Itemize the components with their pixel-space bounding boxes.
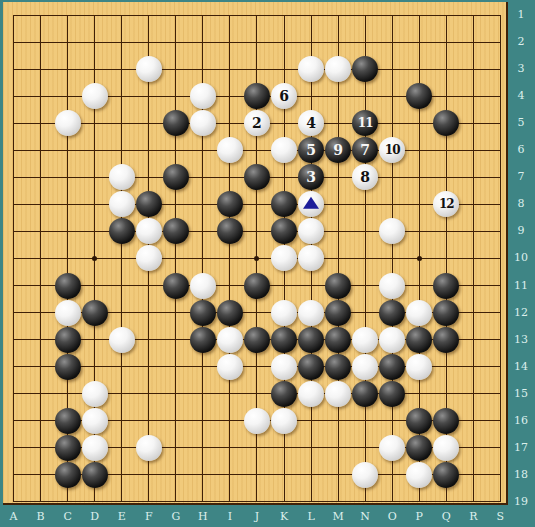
stone-white-F3[interactable] (136, 56, 162, 82)
stone-white-K16[interactable] (271, 408, 297, 434)
stone-black-Q5[interactable] (433, 110, 459, 136)
stone-white-L8[interactable] (298, 191, 324, 217)
coord-label-col-E: E (108, 509, 135, 525)
coord-label-col-Q: Q (433, 509, 460, 525)
stone-white-C12[interactable] (55, 300, 81, 326)
coord-label-col-S: S (487, 509, 514, 525)
stone-white-N18[interactable] (352, 462, 378, 488)
grid-line (338, 15, 339, 502)
coord-label-col-N: N (352, 509, 379, 525)
star-point (417, 256, 422, 261)
stone-black-K15[interactable] (271, 381, 297, 407)
stone-white-E8[interactable] (109, 191, 135, 217)
stone-white-D4[interactable] (82, 83, 108, 109)
stone-black-N15[interactable] (352, 381, 378, 407)
coord-label-row-18: 18 (508, 467, 534, 483)
stone-black-Q12[interactable] (433, 300, 459, 326)
stone-white-I6[interactable] (217, 137, 243, 163)
stone-black-Q13[interactable] (433, 327, 459, 353)
grid-line (500, 15, 501, 502)
stone-white-O9[interactable] (379, 218, 405, 244)
stone-black-M11[interactable] (325, 273, 351, 299)
stone-white-N14[interactable] (352, 354, 378, 380)
stone-black-N6[interactable]: 7 (352, 137, 378, 163)
coord-label-row-16: 16 (508, 413, 534, 429)
coord-label-row-7: 7 (508, 169, 534, 185)
stone-white-Q17[interactable] (433, 435, 459, 461)
stone-white-P12[interactable] (406, 300, 432, 326)
move-number: 9 (325, 137, 351, 163)
coord-label-row-15: 15 (508, 386, 534, 402)
stone-white-J16[interactable] (244, 408, 270, 434)
stone-white-P14[interactable] (406, 354, 432, 380)
move-number: 2 (244, 110, 270, 136)
stone-black-F8[interactable] (136, 191, 162, 217)
stone-black-K13[interactable] (271, 327, 297, 353)
grid-line (473, 15, 474, 502)
stone-black-J13[interactable] (244, 327, 270, 353)
stone-black-C18[interactable] (55, 462, 81, 488)
stone-white-Q8[interactable]: 12 (433, 191, 459, 217)
coord-label-row-9: 9 (508, 223, 534, 239)
stone-black-Q16[interactable] (433, 408, 459, 434)
stone-black-L7[interactable]: 3 (298, 164, 324, 190)
stone-black-Q11[interactable] (433, 273, 459, 299)
stone-white-L12[interactable] (298, 300, 324, 326)
stone-white-H11[interactable] (190, 273, 216, 299)
move-number: 6 (271, 83, 297, 109)
coord-label-row-14: 14 (508, 359, 534, 375)
stone-black-O14[interactable] (379, 354, 405, 380)
stone-black-K8[interactable] (271, 191, 297, 217)
coord-label-row-6: 6 (508, 142, 534, 158)
stone-white-F10[interactable] (136, 245, 162, 271)
stone-white-I14[interactable] (217, 354, 243, 380)
stone-white-K12[interactable] (271, 300, 297, 326)
coord-label-col-J: J (243, 509, 270, 525)
stone-black-P16[interactable] (406, 408, 432, 434)
stone-white-J5[interactable]: 2 (244, 110, 270, 136)
coord-label-row-3: 3 (508, 61, 534, 77)
move-number: 12 (433, 191, 459, 217)
stone-white-L5[interactable]: 4 (298, 110, 324, 136)
stone-black-C11[interactable] (55, 273, 81, 299)
stone-black-O12[interactable] (379, 300, 405, 326)
coord-label-row-2: 2 (508, 34, 534, 50)
coord-label-row-19: 19 (508, 494, 534, 510)
stone-black-P4[interactable] (406, 83, 432, 109)
stone-white-P18[interactable] (406, 462, 432, 488)
move-number: 10 (379, 137, 405, 163)
stone-white-F17[interactable] (136, 435, 162, 461)
stone-white-O13[interactable] (379, 327, 405, 353)
move-number: 4 (298, 110, 324, 136)
stone-black-D18[interactable] (82, 462, 108, 488)
coord-label-row-4: 4 (508, 88, 534, 104)
stone-white-K10[interactable] (271, 245, 297, 271)
stone-black-C14[interactable] (55, 354, 81, 380)
coord-label-col-P: P (406, 509, 433, 525)
stone-white-E13[interactable] (109, 327, 135, 353)
stone-black-L6[interactable]: 5 (298, 137, 324, 163)
coord-label-row-12: 12 (508, 305, 534, 321)
stone-black-L14[interactable] (298, 354, 324, 380)
stone-black-M6[interactable]: 9 (325, 137, 351, 163)
coord-label-col-O: O (379, 509, 406, 525)
move-number: 11 (352, 110, 378, 136)
go-board[interactable]: 62411597103812 (3, 2, 508, 505)
stone-white-O11[interactable] (379, 273, 405, 299)
stone-black-C13[interactable] (55, 327, 81, 353)
stone-black-M14[interactable] (325, 354, 351, 380)
stone-black-P13[interactable] (406, 327, 432, 353)
star-point (254, 256, 259, 261)
stone-black-C16[interactable] (55, 408, 81, 434)
grid-line (14, 501, 501, 502)
stone-white-L15[interactable] (298, 381, 324, 407)
coord-label-col-C: C (54, 509, 81, 525)
stone-black-M13[interactable] (325, 327, 351, 353)
coord-label-col-D: D (81, 509, 108, 525)
stone-white-C5[interactable] (55, 110, 81, 136)
triangle-marker (303, 197, 319, 209)
coord-label-col-I: I (216, 509, 243, 525)
stone-white-M15[interactable] (325, 381, 351, 407)
stone-white-K14[interactable] (271, 354, 297, 380)
stone-white-O17[interactable] (379, 435, 405, 461)
stone-white-L3[interactable] (298, 56, 324, 82)
stone-black-M12[interactable] (325, 300, 351, 326)
stone-white-L9[interactable] (298, 218, 324, 244)
stone-black-H12[interactable] (190, 300, 216, 326)
coord-label-row-13: 13 (508, 332, 534, 348)
stone-white-E7[interactable] (109, 164, 135, 190)
move-number: 8 (352, 164, 378, 190)
stone-white-L10[interactable] (298, 245, 324, 271)
coord-label-col-H: H (189, 509, 216, 525)
star-point (92, 256, 97, 261)
stone-black-P17[interactable] (406, 435, 432, 461)
coord-label-row-10: 10 (508, 250, 534, 266)
stone-black-J4[interactable] (244, 83, 270, 109)
coord-label-col-R: R (460, 509, 487, 525)
coord-label-col-L: L (298, 509, 325, 525)
stone-white-F9[interactable] (136, 218, 162, 244)
coord-label-col-M: M (325, 509, 352, 525)
move-number: 3 (298, 164, 324, 190)
stone-black-J11[interactable] (244, 273, 270, 299)
stone-black-H13[interactable] (190, 327, 216, 353)
stone-white-M3[interactable] (325, 56, 351, 82)
stone-white-O6[interactable]: 10 (379, 137, 405, 163)
stone-black-I9[interactable] (217, 218, 243, 244)
move-number: 7 (352, 137, 378, 163)
stone-black-I8[interactable] (217, 191, 243, 217)
coord-label-col-G: G (162, 509, 189, 525)
grid-line (365, 15, 366, 502)
coord-label-row-8: 8 (508, 196, 534, 212)
stone-white-D16[interactable] (82, 408, 108, 434)
stone-white-N13[interactable] (352, 327, 378, 353)
grid-line (392, 15, 393, 502)
stone-white-K6[interactable] (271, 137, 297, 163)
stone-black-I12[interactable] (217, 300, 243, 326)
coord-label-row-1: 1 (508, 7, 534, 23)
stone-black-G9[interactable] (163, 218, 189, 244)
coord-label-row-11: 11 (508, 278, 534, 294)
coord-label-col-B: B (27, 509, 54, 525)
stone-white-I13[interactable] (217, 327, 243, 353)
coord-label-col-K: K (271, 509, 298, 525)
stone-white-H5[interactable] (190, 110, 216, 136)
stone-black-G7[interactable] (163, 164, 189, 190)
stone-black-N5[interactable]: 11 (352, 110, 378, 136)
stone-black-N3[interactable] (352, 56, 378, 82)
go-game-window: 62411597103812 ABCDEFGHIJKLMNOPQRS 12345… (0, 0, 535, 527)
stone-black-Q18[interactable] (433, 462, 459, 488)
stone-black-O15[interactable] (379, 381, 405, 407)
stone-white-K4[interactable]: 6 (271, 83, 297, 109)
coord-label-col-A: A (0, 509, 27, 525)
stone-black-D12[interactable] (82, 300, 108, 326)
stone-black-C17[interactable] (55, 435, 81, 461)
stone-black-G5[interactable] (163, 110, 189, 136)
coord-label-col-F: F (135, 509, 162, 525)
stone-white-N7[interactable]: 8 (352, 164, 378, 190)
stone-white-D15[interactable] (82, 381, 108, 407)
stone-black-L13[interactable] (298, 327, 324, 353)
stone-black-G11[interactable] (163, 273, 189, 299)
coord-label-row-17: 17 (508, 440, 534, 456)
stone-black-E9[interactable] (109, 218, 135, 244)
coord-label-row-5: 5 (508, 115, 534, 131)
stone-white-D17[interactable] (82, 435, 108, 461)
move-number: 5 (298, 137, 324, 163)
stone-black-J7[interactable] (244, 164, 270, 190)
stone-white-H4[interactable] (190, 83, 216, 109)
stone-black-K9[interactable] (271, 218, 297, 244)
